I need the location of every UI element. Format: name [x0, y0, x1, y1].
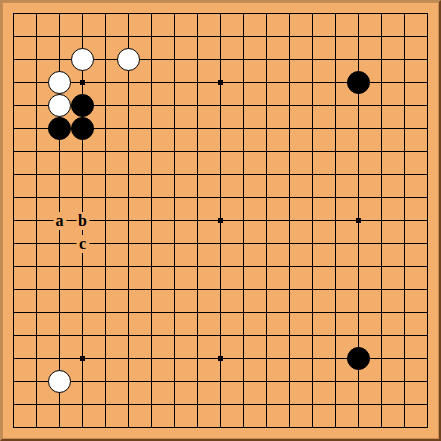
point-r7: [370, 278, 393, 301]
point-s13: [393, 140, 416, 163]
point-t6: [416, 301, 439, 324]
point-r10: [370, 209, 393, 232]
point-r18: [370, 25, 393, 48]
point-m16: [255, 71, 278, 94]
point-s15: [393, 94, 416, 117]
point-j2: [186, 393, 209, 416]
point-f15: [117, 94, 140, 117]
point-b14: [25, 117, 48, 140]
point-l3: [232, 370, 255, 393]
point-e16: [94, 71, 117, 94]
point-j19: [186, 2, 209, 25]
point-n7: [278, 278, 301, 301]
point-q4: [347, 347, 370, 370]
point-d11: [71, 186, 94, 209]
star-point: [218, 356, 223, 361]
point-r16: [370, 71, 393, 94]
point-t3: [416, 370, 439, 393]
point-j1: [186, 416, 209, 439]
point-o19: [301, 2, 324, 25]
point-t11: [416, 186, 439, 209]
white-stone: [48, 71, 71, 94]
point-q15: [347, 94, 370, 117]
point-b6: [25, 301, 48, 324]
point-k9: [209, 232, 232, 255]
point-e10: [94, 209, 117, 232]
point-m4: [255, 347, 278, 370]
point-b9: [25, 232, 48, 255]
point-e17: [94, 48, 117, 71]
point-o16: [301, 71, 324, 94]
point-e19: [94, 2, 117, 25]
point-e18: [94, 25, 117, 48]
point-f4: [117, 347, 140, 370]
point-m9: [255, 232, 278, 255]
point-p8: [324, 255, 347, 278]
point-b18: [25, 25, 48, 48]
point-g6: [140, 301, 163, 324]
point-m8: [255, 255, 278, 278]
point-g10: [140, 209, 163, 232]
point-m18: [255, 25, 278, 48]
point-s11: [393, 186, 416, 209]
point-o14: [301, 117, 324, 140]
point-s2: [393, 393, 416, 416]
point-g18: [140, 25, 163, 48]
point-o18: [301, 25, 324, 48]
point-e6: [94, 301, 117, 324]
point-j12: [186, 163, 209, 186]
point-g12: [140, 163, 163, 186]
point-m13: [255, 140, 278, 163]
point-c13: [48, 140, 71, 163]
point-d15: [71, 94, 94, 117]
point-e15: [94, 94, 117, 117]
point-s6: [393, 301, 416, 324]
point-q3: [347, 370, 370, 393]
point-p4: [324, 347, 347, 370]
point-c3: [48, 370, 71, 393]
point-g5: [140, 324, 163, 347]
point-k14: [209, 117, 232, 140]
point-r11: [370, 186, 393, 209]
point-g14: [140, 117, 163, 140]
star-point: [356, 218, 361, 223]
point-l12: [232, 163, 255, 186]
point-q8: [347, 255, 370, 278]
point-d10: b: [71, 209, 94, 232]
point-f9: [117, 232, 140, 255]
point-t14: [416, 117, 439, 140]
point-o12: [301, 163, 324, 186]
point-j14: [186, 117, 209, 140]
point-l7: [232, 278, 255, 301]
point-r4: [370, 347, 393, 370]
point-q19: [347, 2, 370, 25]
point-j5: [186, 324, 209, 347]
point-o13: [301, 140, 324, 163]
white-stone: [71, 48, 94, 71]
point-t10: [416, 209, 439, 232]
point-t8: [416, 255, 439, 278]
point-s12: [393, 163, 416, 186]
point-m19: [255, 2, 278, 25]
point-f6: [117, 301, 140, 324]
point-n1: [278, 416, 301, 439]
point-a14: [2, 117, 25, 140]
point-r5: [370, 324, 393, 347]
point-p3: [324, 370, 347, 393]
point-c16: [48, 71, 71, 94]
point-a5: [2, 324, 25, 347]
point-f5: [117, 324, 140, 347]
point-h18: [163, 25, 186, 48]
point-d9: c: [71, 232, 94, 255]
point-s7: [393, 278, 416, 301]
point-p10: [324, 209, 347, 232]
point-f1: [117, 416, 140, 439]
point-r8: [370, 255, 393, 278]
point-c5: [48, 324, 71, 347]
point-f18: [117, 25, 140, 48]
point-p7: [324, 278, 347, 301]
point-a6: [2, 301, 25, 324]
point-f19: [117, 2, 140, 25]
label-a: a: [53, 212, 66, 230]
point-t17: [416, 48, 439, 71]
point-c8: [48, 255, 71, 278]
point-f16: [117, 71, 140, 94]
point-m1: [255, 416, 278, 439]
point-m3: [255, 370, 278, 393]
point-j15: [186, 94, 209, 117]
point-r13: [370, 140, 393, 163]
point-c10: a: [48, 209, 71, 232]
point-s4: [393, 347, 416, 370]
point-h17: [163, 48, 186, 71]
point-o6: [301, 301, 324, 324]
point-d5: [71, 324, 94, 347]
point-g11: [140, 186, 163, 209]
point-s1: [393, 416, 416, 439]
point-g8: [140, 255, 163, 278]
point-r12: [370, 163, 393, 186]
point-o1: [301, 416, 324, 439]
point-t12: [416, 163, 439, 186]
point-k3: [209, 370, 232, 393]
point-c4: [48, 347, 71, 370]
point-l18: [232, 25, 255, 48]
point-a7: [2, 278, 25, 301]
point-e9: [94, 232, 117, 255]
point-s10: [393, 209, 416, 232]
black-stone: [347, 347, 370, 370]
point-d17: [71, 48, 94, 71]
point-j9: [186, 232, 209, 255]
point-c1: [48, 416, 71, 439]
point-t18: [416, 25, 439, 48]
point-r6: [370, 301, 393, 324]
point-b12: [25, 163, 48, 186]
star-point: [218, 80, 223, 85]
point-g16: [140, 71, 163, 94]
point-t2: [416, 393, 439, 416]
point-a13: [2, 140, 25, 163]
point-a17: [2, 48, 25, 71]
point-l5: [232, 324, 255, 347]
point-q1: [347, 416, 370, 439]
point-h1: [163, 416, 186, 439]
point-t19: [416, 2, 439, 25]
point-m14: [255, 117, 278, 140]
point-c2: [48, 393, 71, 416]
point-c11: [48, 186, 71, 209]
point-g4: [140, 347, 163, 370]
point-t16: [416, 71, 439, 94]
point-p16: [324, 71, 347, 94]
point-f3: [117, 370, 140, 393]
point-k2: [209, 393, 232, 416]
point-j18: [186, 25, 209, 48]
point-t15: [416, 94, 439, 117]
point-r3: [370, 370, 393, 393]
point-l8: [232, 255, 255, 278]
point-r1: [370, 416, 393, 439]
point-a10: [2, 209, 25, 232]
point-d12: [71, 163, 94, 186]
point-l19: [232, 2, 255, 25]
point-a4: [2, 347, 25, 370]
label-c: c: [76, 235, 89, 253]
point-q18: [347, 25, 370, 48]
point-l14: [232, 117, 255, 140]
point-c9: [48, 232, 71, 255]
label-b: b: [76, 212, 89, 230]
point-t5: [416, 324, 439, 347]
point-n6: [278, 301, 301, 324]
point-g1: [140, 416, 163, 439]
point-e5: [94, 324, 117, 347]
point-h15: [163, 94, 186, 117]
point-l11: [232, 186, 255, 209]
black-stone: [48, 117, 71, 140]
point-m15: [255, 94, 278, 117]
point-f13: [117, 140, 140, 163]
point-p18: [324, 25, 347, 48]
point-p2: [324, 393, 347, 416]
point-q6: [347, 301, 370, 324]
point-f2: [117, 393, 140, 416]
point-g2: [140, 393, 163, 416]
point-e13: [94, 140, 117, 163]
point-h8: [163, 255, 186, 278]
point-g3: [140, 370, 163, 393]
point-b15: [25, 94, 48, 117]
point-n18: [278, 25, 301, 48]
point-f11: [117, 186, 140, 209]
point-s18: [393, 25, 416, 48]
point-d1: [71, 416, 94, 439]
point-l1: [232, 416, 255, 439]
point-b11: [25, 186, 48, 209]
point-p11: [324, 186, 347, 209]
point-a18: [2, 25, 25, 48]
point-f8: [117, 255, 140, 278]
point-l9: [232, 232, 255, 255]
point-h9: [163, 232, 186, 255]
black-stone: [71, 117, 94, 140]
point-e14: [94, 117, 117, 140]
point-a12: [2, 163, 25, 186]
point-k7: [209, 278, 232, 301]
point-b19: [25, 2, 48, 25]
point-p13: [324, 140, 347, 163]
point-k13: [209, 140, 232, 163]
point-m7: [255, 278, 278, 301]
point-h19: [163, 2, 186, 25]
point-a19: [2, 2, 25, 25]
point-n15: [278, 94, 301, 117]
point-c6: [48, 301, 71, 324]
point-k12: [209, 163, 232, 186]
point-d6: [71, 301, 94, 324]
board-grid: abc: [2, 2, 439, 439]
point-r15: [370, 94, 393, 117]
point-b4: [25, 347, 48, 370]
point-a11: [2, 186, 25, 209]
point-l10: [232, 209, 255, 232]
point-n8: [278, 255, 301, 278]
point-l15: [232, 94, 255, 117]
point-j6: [186, 301, 209, 324]
point-q11: [347, 186, 370, 209]
point-d2: [71, 393, 94, 416]
white-stone: [48, 370, 71, 393]
point-c15: [48, 94, 71, 117]
point-b17: [25, 48, 48, 71]
point-c17: [48, 48, 71, 71]
point-r9: [370, 232, 393, 255]
point-j11: [186, 186, 209, 209]
point-o10: [301, 209, 324, 232]
point-b8: [25, 255, 48, 278]
point-k18: [209, 25, 232, 48]
point-p1: [324, 416, 347, 439]
point-k17: [209, 48, 232, 71]
point-n19: [278, 2, 301, 25]
point-k10: [209, 209, 232, 232]
point-n4: [278, 347, 301, 370]
point-p6: [324, 301, 347, 324]
point-t7: [416, 278, 439, 301]
point-d8: [71, 255, 94, 278]
point-p15: [324, 94, 347, 117]
point-h16: [163, 71, 186, 94]
point-j8: [186, 255, 209, 278]
point-o2: [301, 393, 324, 416]
white-stone: [117, 48, 140, 71]
point-m17: [255, 48, 278, 71]
point-t1: [416, 416, 439, 439]
point-d13: [71, 140, 94, 163]
point-e11: [94, 186, 117, 209]
point-n16: [278, 71, 301, 94]
point-t13: [416, 140, 439, 163]
point-o17: [301, 48, 324, 71]
point-q10: [347, 209, 370, 232]
point-g9: [140, 232, 163, 255]
point-r2: [370, 393, 393, 416]
point-l4: [232, 347, 255, 370]
point-q16: [347, 71, 370, 94]
point-o7: [301, 278, 324, 301]
point-c19: [48, 2, 71, 25]
point-k16: [209, 71, 232, 94]
point-f14: [117, 117, 140, 140]
point-s9: [393, 232, 416, 255]
point-r17: [370, 48, 393, 71]
point-g13: [140, 140, 163, 163]
point-d16: [71, 71, 94, 94]
point-k19: [209, 2, 232, 25]
point-c7: [48, 278, 71, 301]
point-s16: [393, 71, 416, 94]
point-p14: [324, 117, 347, 140]
point-s8: [393, 255, 416, 278]
point-l16: [232, 71, 255, 94]
point-d14: [71, 117, 94, 140]
point-h3: [163, 370, 186, 393]
point-f7: [117, 278, 140, 301]
point-d19: [71, 2, 94, 25]
point-p12: [324, 163, 347, 186]
point-c14: [48, 117, 71, 140]
point-n14: [278, 117, 301, 140]
point-k8: [209, 255, 232, 278]
point-l13: [232, 140, 255, 163]
point-m12: [255, 163, 278, 186]
point-b1: [25, 416, 48, 439]
point-f12: [117, 163, 140, 186]
point-d7: [71, 278, 94, 301]
point-b5: [25, 324, 48, 347]
point-a1: [2, 416, 25, 439]
go-board: abc: [0, 0, 441, 441]
point-r19: [370, 2, 393, 25]
point-l17: [232, 48, 255, 71]
point-n12: [278, 163, 301, 186]
point-s3: [393, 370, 416, 393]
point-g15: [140, 94, 163, 117]
point-s19: [393, 2, 416, 25]
point-d4: [71, 347, 94, 370]
point-k6: [209, 301, 232, 324]
point-e4: [94, 347, 117, 370]
point-h14: [163, 117, 186, 140]
point-q9: [347, 232, 370, 255]
point-g17: [140, 48, 163, 71]
point-a3: [2, 370, 25, 393]
point-f10: [117, 209, 140, 232]
point-a9: [2, 232, 25, 255]
point-b2: [25, 393, 48, 416]
point-q2: [347, 393, 370, 416]
point-j17: [186, 48, 209, 71]
point-n17: [278, 48, 301, 71]
point-b7: [25, 278, 48, 301]
point-l6: [232, 301, 255, 324]
point-d18: [71, 25, 94, 48]
